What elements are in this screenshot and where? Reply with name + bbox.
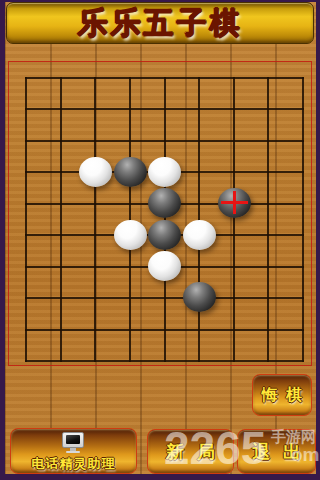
exit-label: 退出	[239, 440, 314, 464]
exit-button[interactable]: 退出	[237, 429, 316, 474]
stone-white	[79, 157, 112, 187]
stone-black	[114, 157, 147, 187]
monitor-icon-screen	[66, 435, 80, 444]
new-game-label: 新局	[153, 440, 228, 464]
phone-assistant-button[interactable]: 电话精灵助理	[10, 428, 137, 474]
board-grid[interactable]	[9, 62, 320, 376]
stone-black	[148, 188, 181, 218]
monitor-icon	[61, 432, 87, 454]
monitor-icon-body	[62, 432, 84, 448]
phone-assistant-label: 电话精灵助理	[32, 455, 116, 473]
undo-button[interactable]: 悔棋	[252, 374, 312, 416]
app-window: 乐乐五子棋 悔棋 电话精灵助理 新局 退出 2265 手游网 om	[0, 0, 320, 480]
title-bar: 乐乐五子棋	[6, 2, 314, 44]
stone-white	[148, 251, 181, 281]
stone-black	[218, 188, 251, 218]
undo-button-label: 悔棋	[254, 385, 310, 406]
new-game-button[interactable]: 新局	[147, 429, 234, 474]
stone-black	[183, 282, 216, 312]
app-title: 乐乐五子棋	[78, 3, 243, 43]
stone-white	[114, 220, 147, 250]
stone-black	[148, 220, 181, 250]
monitor-icon-base	[66, 451, 80, 453]
stone-white	[183, 220, 216, 250]
stone-white	[148, 157, 181, 187]
last-move-cross-icon	[218, 188, 251, 218]
